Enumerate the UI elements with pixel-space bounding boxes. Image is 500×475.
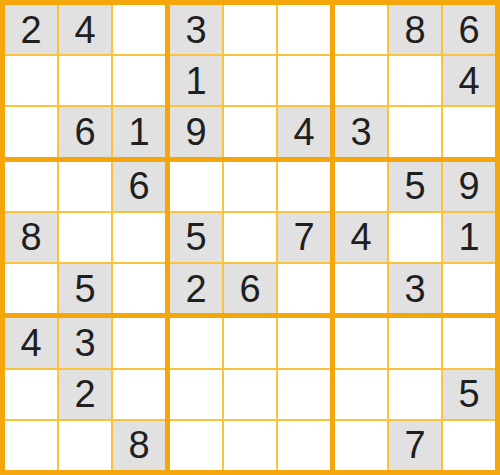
- cell-r7c9[interactable]: [443, 318, 495, 367]
- cell-r2c6[interactable]: [278, 56, 330, 105]
- cell-r9c6[interactable]: [278, 421, 330, 470]
- cell-r1c9: 6: [443, 5, 495, 54]
- cell-r2c1[interactable]: [5, 56, 57, 105]
- cell-r8c5[interactable]: [224, 370, 276, 419]
- cell-r8c1[interactable]: [5, 370, 57, 419]
- cell-r2c2[interactable]: [59, 56, 111, 105]
- cell-r4c4[interactable]: [170, 162, 222, 211]
- cell-r4c3: 6: [113, 162, 165, 211]
- cell-r9c8: 7: [389, 421, 441, 470]
- cell-r7c5[interactable]: [224, 318, 276, 367]
- box-8: [170, 318, 330, 470]
- cell-r4c7[interactable]: [335, 162, 387, 211]
- cell-r2c5[interactable]: [224, 56, 276, 105]
- cell-r4c1[interactable]: [5, 162, 57, 211]
- cell-r8c9: 5: [443, 370, 495, 419]
- cell-r6c8: 3: [389, 264, 441, 313]
- cell-r7c4[interactable]: [170, 318, 222, 367]
- cell-r1c2: 4: [59, 5, 111, 54]
- cell-r8c3[interactable]: [113, 370, 165, 419]
- cell-r3c1[interactable]: [5, 107, 57, 156]
- cell-r5c5[interactable]: [224, 213, 276, 262]
- cell-r5c7: 4: [335, 213, 387, 262]
- cell-r7c2: 3: [59, 318, 111, 367]
- cell-r2c3[interactable]: [113, 56, 165, 105]
- cell-r9c3: 8: [113, 421, 165, 470]
- cell-r4c9: 9: [443, 162, 495, 211]
- cell-r3c2: 6: [59, 107, 111, 156]
- cell-r3c4: 9: [170, 107, 222, 156]
- box-4: 685: [5, 162, 165, 314]
- cell-r9c9[interactable]: [443, 421, 495, 470]
- box-5: 5726: [170, 162, 330, 314]
- cell-r4c6[interactable]: [278, 162, 330, 211]
- cell-r8c4[interactable]: [170, 370, 222, 419]
- cell-r8c2: 2: [59, 370, 111, 419]
- cell-r7c1: 4: [5, 318, 57, 367]
- cell-r5c1: 8: [5, 213, 57, 262]
- cell-r1c8: 8: [389, 5, 441, 54]
- cell-r2c7[interactable]: [335, 56, 387, 105]
- cell-r6c5: 6: [224, 264, 276, 313]
- cell-r3c7: 3: [335, 107, 387, 156]
- cell-r7c6[interactable]: [278, 318, 330, 367]
- cell-r8c6[interactable]: [278, 370, 330, 419]
- cell-r7c7[interactable]: [335, 318, 387, 367]
- cell-r6c1[interactable]: [5, 264, 57, 313]
- cell-r4c8: 5: [389, 162, 441, 211]
- cell-r6c4: 2: [170, 264, 222, 313]
- cell-r5c4: 5: [170, 213, 222, 262]
- cell-r9c7[interactable]: [335, 421, 387, 470]
- cell-r1c3[interactable]: [113, 5, 165, 54]
- cell-r2c8[interactable]: [389, 56, 441, 105]
- cell-r4c2[interactable]: [59, 162, 111, 211]
- cell-r3c6: 4: [278, 107, 330, 156]
- cell-r5c9: 1: [443, 213, 495, 262]
- cell-r1c6[interactable]: [278, 5, 330, 54]
- cell-r1c4: 3: [170, 5, 222, 54]
- box-7: 4328: [5, 318, 165, 470]
- box-6: 59413: [335, 162, 495, 314]
- cell-r4c5[interactable]: [224, 162, 276, 211]
- cell-r3c3: 1: [113, 107, 165, 156]
- cell-r9c4[interactable]: [170, 421, 222, 470]
- cell-r1c5[interactable]: [224, 5, 276, 54]
- cell-r3c5[interactable]: [224, 107, 276, 156]
- cell-r5c3[interactable]: [113, 213, 165, 262]
- cell-r8c8[interactable]: [389, 370, 441, 419]
- cell-r9c1[interactable]: [5, 421, 57, 470]
- cell-r1c7[interactable]: [335, 5, 387, 54]
- cell-r9c5[interactable]: [224, 421, 276, 470]
- cell-r8c7[interactable]: [335, 370, 387, 419]
- cell-r7c3[interactable]: [113, 318, 165, 367]
- sudoku-board: 246131948643685572659413432857: [0, 0, 500, 475]
- box-9: 57: [335, 318, 495, 470]
- cell-r6c2: 5: [59, 264, 111, 313]
- cell-r5c6: 7: [278, 213, 330, 262]
- cell-r7c8[interactable]: [389, 318, 441, 367]
- cell-r2c4: 1: [170, 56, 222, 105]
- cell-r2c9: 4: [443, 56, 495, 105]
- cell-r3c9[interactable]: [443, 107, 495, 156]
- box-3: 8643: [335, 5, 495, 157]
- cell-r1c1: 2: [5, 5, 57, 54]
- cell-r5c8[interactable]: [389, 213, 441, 262]
- cell-r6c6[interactable]: [278, 264, 330, 313]
- cell-r3c8[interactable]: [389, 107, 441, 156]
- cell-r6c9[interactable]: [443, 264, 495, 313]
- cell-r5c2[interactable]: [59, 213, 111, 262]
- box-2: 3194: [170, 5, 330, 157]
- box-1: 2461: [5, 5, 165, 157]
- cell-r9c2[interactable]: [59, 421, 111, 470]
- cell-r6c7[interactable]: [335, 264, 387, 313]
- cell-r6c3[interactable]: [113, 264, 165, 313]
